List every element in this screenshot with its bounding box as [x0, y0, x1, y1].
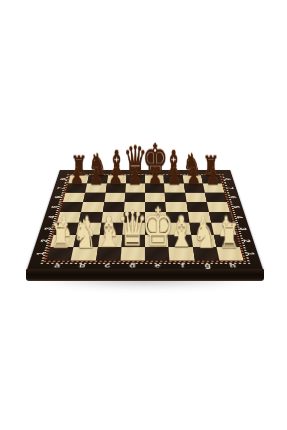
product-photo-chess-set: abcdefgh8877665544332211abcdefgh ♜♞♝♛♚♝♞…: [0, 0, 287, 430]
rank-label-6: 6: [228, 196, 237, 198]
square-b2: [74, 235, 100, 248]
square-a1: [46, 247, 74, 261]
square-f7: [164, 184, 184, 193]
right-rank-label-cell: 2: [236, 235, 255, 248]
right-rank-label-cell: 5: [227, 202, 244, 212]
square-h6: [205, 192, 228, 201]
square-b3: [76, 223, 101, 235]
square-a2: [50, 235, 76, 248]
white-pawn-b2: ♟: [71, 213, 102, 240]
file-label-d: d: [129, 263, 135, 269]
square-f6: [165, 192, 186, 201]
file-label-h: h: [229, 263, 237, 269]
file-label-f: f: [181, 263, 185, 269]
white-pawn-a2: ♟: [48, 213, 79, 240]
rank-label-7: 7: [56, 187, 64, 189]
square-f5: [166, 202, 188, 212]
square-c7: [105, 184, 125, 193]
square-d6: [124, 192, 145, 201]
right-rank-label-cell: 1: [240, 247, 260, 261]
rank-label-6: 6: [53, 196, 62, 198]
rank-label-2: 2: [39, 239, 49, 242]
white-pawn-h2: ♟: [211, 213, 242, 240]
square-d7: [125, 184, 145, 193]
square-f3: [167, 223, 191, 235]
square-b1: [71, 247, 98, 261]
square-e4: [145, 212, 167, 223]
square-d1: [120, 247, 145, 261]
file-label-c: c: [104, 263, 110, 269]
file-label-a: a: [54, 263, 61, 269]
square-a8: [68, 175, 89, 183]
right-rank-label-cell: 4: [230, 212, 248, 223]
square-f8: [164, 175, 184, 183]
right-rank-label-cell: 7: [222, 184, 238, 193]
right-rank-label-cell: 6: [224, 192, 240, 201]
square-b5: [81, 202, 104, 212]
square-g4: [188, 212, 212, 223]
square-g3: [189, 223, 214, 235]
square-g2: [191, 235, 217, 248]
file-label-g: g: [204, 263, 211, 269]
right-rank-label-cell: 3: [233, 223, 251, 235]
square-h7: [203, 184, 225, 193]
rank-label-7: 7: [225, 187, 233, 189]
square-e6: [145, 192, 166, 201]
white-pawn-e2: ♟: [141, 213, 172, 240]
file-label-a: a: [78, 171, 82, 174]
square-f1: [169, 247, 195, 261]
rank-label-8: 8: [59, 178, 67, 180]
chessboard: abcdefgh8877665544332211abcdefgh ♜♞♝♛♚♝♞…: [27, 170, 264, 270]
square-g8: [182, 175, 202, 183]
square-d8: [126, 175, 145, 183]
square-a5: [60, 202, 83, 212]
white-pawn-g2: ♟: [188, 213, 219, 240]
rank-label-1: 1: [35, 252, 46, 255]
rank-label-3: 3: [43, 227, 53, 230]
square-a7: [66, 184, 88, 193]
left-rank-label-cell: 3: [39, 223, 57, 235]
square-c5: [103, 202, 125, 212]
square-e1: [145, 247, 170, 261]
square-a3: [54, 223, 79, 235]
file-label-b: b: [79, 263, 86, 269]
rank-label-4: 4: [47, 216, 56, 218]
perspective-scene: abcdefgh8877665544332211abcdefgh ♜♞♝♛♚♝♞…: [46, 113, 244, 311]
rank-label-4: 4: [234, 216, 243, 218]
board-front-edge: [26, 269, 264, 281]
square-b4: [79, 212, 103, 223]
white-pawn-f2: ♟: [165, 213, 196, 240]
white-pawn-d2: ♟: [118, 213, 149, 240]
right-rank-label-cell: 8: [220, 175, 235, 183]
square-h4: [209, 212, 233, 223]
square-a4: [57, 212, 81, 223]
file-label-h: h: [207, 171, 212, 174]
file-label-f: f: [171, 171, 173, 174]
square-g7: [183, 184, 204, 193]
square-c3: [99, 223, 123, 235]
file-label-g: g: [189, 171, 193, 174]
file-label-e: e: [152, 171, 156, 174]
square-g5: [186, 202, 209, 212]
file-label-c: c: [115, 171, 119, 174]
rank-label-2: 2: [241, 239, 251, 242]
square-b8: [87, 175, 107, 183]
square-f2: [168, 235, 193, 248]
square-g6: [185, 192, 207, 201]
square-d4: [123, 212, 145, 223]
square-h5: [207, 202, 230, 212]
square-c1: [96, 247, 122, 261]
square-c6: [104, 192, 125, 201]
square-h8: [201, 175, 222, 183]
square-c4: [101, 212, 124, 223]
rank-label-1: 1: [245, 252, 256, 255]
square-d3: [122, 223, 145, 235]
square-c2: [98, 235, 123, 248]
square-e8: [145, 175, 164, 183]
rank-label-3: 3: [237, 227, 247, 230]
square-e5: [145, 202, 166, 212]
square-d2: [121, 235, 145, 248]
square-f4: [166, 212, 189, 223]
square-c8: [107, 175, 127, 183]
square-e2: [145, 235, 169, 248]
file-label-b: b: [97, 171, 101, 174]
square-b6: [83, 192, 105, 201]
square-e3: [145, 223, 168, 235]
rank-label-8: 8: [223, 178, 231, 180]
square-e7: [145, 184, 165, 193]
square-g1: [192, 247, 219, 261]
square-a6: [63, 192, 86, 201]
file-label-e: e: [155, 263, 161, 269]
square-d5: [124, 202, 145, 212]
rank-label-5: 5: [231, 206, 240, 208]
file-label-d: d: [134, 171, 138, 174]
rank-label-5: 5: [50, 206, 59, 208]
white-pawn-c2: ♟: [95, 213, 126, 240]
square-b7: [85, 184, 106, 193]
